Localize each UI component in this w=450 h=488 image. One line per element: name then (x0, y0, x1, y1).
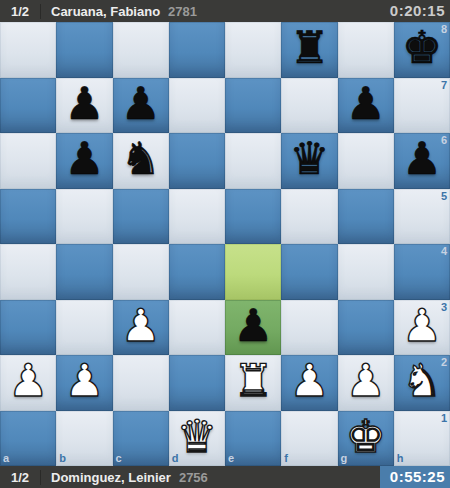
black-king[interactable]: ♚ (394, 20, 450, 76)
square-c5[interactable] (113, 189, 169, 245)
square-c1[interactable]: c (113, 411, 169, 467)
square-e7[interactable] (225, 78, 281, 134)
square-a6[interactable] (0, 133, 56, 189)
top-player-bar: 1/2 Caruana, Fabiano 2781 0:20:15 (0, 0, 450, 22)
square-h7[interactable]: 7 (394, 78, 450, 134)
top-player-name: Caruana, Fabiano (51, 4, 160, 19)
square-a3[interactable] (0, 300, 56, 356)
square-f8[interactable]: ♜ (281, 22, 337, 78)
square-f7[interactable] (281, 78, 337, 134)
black-pawn[interactable]: ♟ (394, 131, 450, 187)
square-f5[interactable] (281, 189, 337, 245)
white-rook[interactable]: ♜ (225, 353, 281, 409)
square-h2[interactable]: ♞2 (394, 355, 450, 411)
white-knight[interactable]: ♞ (394, 353, 450, 409)
square-d6[interactable] (169, 133, 225, 189)
square-b3[interactable] (56, 300, 112, 356)
square-a1[interactable]: a (0, 411, 56, 467)
square-c2[interactable] (113, 355, 169, 411)
file-label-f: f (284, 453, 288, 464)
square-a2[interactable]: ♟ (0, 355, 56, 411)
file-label-e: e (228, 453, 234, 464)
square-c4[interactable] (113, 244, 169, 300)
black-pawn[interactable]: ♟ (56, 131, 112, 187)
square-b8[interactable] (56, 22, 112, 78)
white-pawn[interactable]: ♟ (281, 353, 337, 409)
file-label-c: c (116, 453, 122, 464)
white-pawn[interactable]: ♟ (338, 353, 394, 409)
square-c8[interactable] (113, 22, 169, 78)
bottom-player-clock: 0:55:25 (380, 466, 450, 488)
square-b4[interactable] (56, 244, 112, 300)
square-b7[interactable]: ♟ (56, 78, 112, 134)
square-f6[interactable]: ♛ (281, 133, 337, 189)
rank-label-7: 7 (441, 80, 447, 91)
file-label-h: h (397, 453, 404, 464)
square-d1[interactable]: ♛d (169, 411, 225, 467)
square-g5[interactable] (338, 189, 394, 245)
square-e4[interactable] (225, 244, 281, 300)
black-knight[interactable]: ♞ (113, 131, 169, 187)
square-h3[interactable]: ♟3 (394, 300, 450, 356)
square-h4[interactable]: 4 (394, 244, 450, 300)
bottom-player-name: Dominguez, Leinier (51, 470, 171, 485)
white-pawn[interactable]: ♟ (394, 298, 450, 354)
square-b5[interactable] (56, 189, 112, 245)
chess-game-window: 1/2 Caruana, Fabiano 2781 0:20:15 ♜♚8♟♟♟… (0, 0, 450, 488)
square-g4[interactable] (338, 244, 394, 300)
square-b1[interactable]: b (56, 411, 112, 467)
square-e2[interactable]: ♜ (225, 355, 281, 411)
square-d5[interactable] (169, 189, 225, 245)
file-label-a: a (3, 453, 9, 464)
square-f2[interactable]: ♟ (281, 355, 337, 411)
rank-label-4: 4 (441, 246, 447, 257)
white-pawn[interactable]: ♟ (0, 353, 56, 409)
square-d7[interactable] (169, 78, 225, 134)
square-a7[interactable] (0, 78, 56, 134)
white-pawn[interactable]: ♟ (113, 298, 169, 354)
black-pawn[interactable]: ♟ (113, 76, 169, 132)
square-d8[interactable] (169, 22, 225, 78)
square-e3[interactable]: ♟ (225, 300, 281, 356)
black-pawn[interactable]: ♟ (56, 76, 112, 132)
square-d4[interactable] (169, 244, 225, 300)
black-queen[interactable]: ♛ (281, 131, 337, 187)
square-h8[interactable]: ♚8 (394, 22, 450, 78)
top-player-clock: 0:20:15 (385, 0, 450, 22)
bottom-player-score: 1/2 (0, 470, 41, 485)
square-a5[interactable] (0, 189, 56, 245)
square-c7[interactable]: ♟ (113, 78, 169, 134)
top-player-rating: 2781 (168, 4, 197, 19)
white-queen[interactable]: ♛ (169, 409, 225, 465)
square-h5[interactable]: 5 (394, 189, 450, 245)
black-pawn[interactable]: ♟ (225, 298, 281, 354)
black-rook[interactable]: ♜ (281, 20, 337, 76)
square-e1[interactable]: e (225, 411, 281, 467)
square-f1[interactable]: f (281, 411, 337, 467)
square-e5[interactable] (225, 189, 281, 245)
square-g6[interactable] (338, 133, 394, 189)
square-d2[interactable] (169, 355, 225, 411)
square-b2[interactable]: ♟ (56, 355, 112, 411)
square-d3[interactable] (169, 300, 225, 356)
black-pawn[interactable]: ♟ (338, 76, 394, 132)
white-king[interactable]: ♚ (338, 409, 394, 465)
rank-label-1: 1 (441, 413, 447, 424)
square-g2[interactable]: ♟ (338, 355, 394, 411)
square-g1[interactable]: ♚g (338, 411, 394, 467)
square-f3[interactable] (281, 300, 337, 356)
square-g7[interactable]: ♟ (338, 78, 394, 134)
bottom-player-rating: 2756 (179, 470, 208, 485)
file-label-b: b (59, 453, 66, 464)
square-f4[interactable] (281, 244, 337, 300)
square-a8[interactable] (0, 22, 56, 78)
square-c3[interactable]: ♟ (113, 300, 169, 356)
rank-label-5: 5 (441, 191, 447, 202)
white-pawn[interactable]: ♟ (56, 353, 112, 409)
square-g8[interactable] (338, 22, 394, 78)
square-h6[interactable]: ♟6 (394, 133, 450, 189)
square-h1[interactable]: 1h (394, 411, 450, 467)
square-c6[interactable]: ♞ (113, 133, 169, 189)
square-e6[interactable] (225, 133, 281, 189)
square-a4[interactable] (0, 244, 56, 300)
square-e8[interactable] (225, 22, 281, 78)
chess-board[interactable]: ♜♚8♟♟♟7♟♞♛♟654♟♟♟3♟♟♜♟♟♞2abc♛def♚g1h (0, 22, 450, 466)
square-b6[interactable]: ♟ (56, 133, 112, 189)
square-g3[interactable] (338, 300, 394, 356)
bottom-player-bar: 1/2 Dominguez, Leinier 2756 0:55:25 (0, 466, 450, 488)
top-player-score: 1/2 (0, 4, 41, 19)
